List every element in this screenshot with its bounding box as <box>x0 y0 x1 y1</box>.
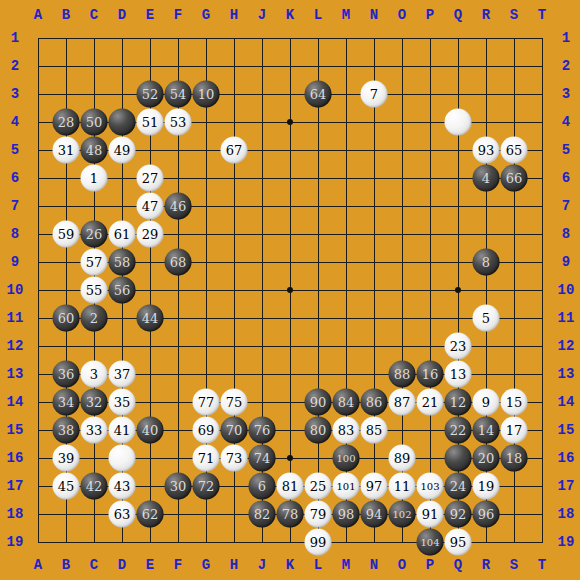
stone-black-c11-move-2: 2 <box>81 305 108 332</box>
stone-black-c17-move-42: 42 <box>81 473 108 500</box>
stone-white-m15-move-83: 83 <box>333 417 360 444</box>
col-label-bottom-g: G <box>202 557 210 573</box>
row-label-left-1: 1 <box>11 30 19 46</box>
stone-black-q16-setup <box>445 445 472 472</box>
stone-black-j15-move-76: 76 <box>249 417 276 444</box>
stone-black-q18-move-92: 92 <box>445 501 472 528</box>
stone-black-b14-move-34: 34 <box>53 389 80 416</box>
col-label-top-o: O <box>398 7 406 23</box>
stone-black-c14-move-32: 32 <box>81 389 108 416</box>
stone-white-q19-move-95: 95 <box>445 529 472 556</box>
stone-white-c6-move-1: 1 <box>81 165 108 192</box>
col-label-bottom-r: R <box>482 557 490 573</box>
stone-white-d17-move-43: 43 <box>109 473 136 500</box>
stone-black-b13-move-36: 36 <box>53 361 80 388</box>
stone-black-e18-move-62: 62 <box>137 501 164 528</box>
stone-black-b11-move-60: 60 <box>53 305 80 332</box>
star-point-q10 <box>455 287 461 293</box>
col-label-bottom-p: P <box>426 557 434 573</box>
stone-black-g3-move-10: 10 <box>193 81 220 108</box>
col-label-top-q: Q <box>454 7 462 23</box>
stone-black-r18-move-96: 96 <box>473 501 500 528</box>
stone-white-h16-move-73: 73 <box>221 445 248 472</box>
stone-white-g14-move-77: 77 <box>193 389 220 416</box>
col-label-top-e: E <box>146 7 154 23</box>
row-label-right-9: 9 <box>562 254 570 270</box>
row-label-right-4: 4 <box>562 114 570 130</box>
row-label-right-17: 17 <box>558 478 575 494</box>
grid-line-vertical <box>318 38 319 543</box>
col-label-bottom-a: A <box>34 557 42 573</box>
stone-white-d8-move-61: 61 <box>109 221 136 248</box>
stone-white-k17-move-81: 81 <box>277 473 304 500</box>
star-point-k4 <box>287 119 293 125</box>
stone-white-p14-move-21: 21 <box>417 389 444 416</box>
stone-black-e11-move-44: 44 <box>137 305 164 332</box>
row-label-right-8: 8 <box>562 226 570 242</box>
stone-black-l3-move-64: 64 <box>305 81 332 108</box>
col-label-top-p: P <box>426 7 434 23</box>
row-label-right-18: 18 <box>558 506 575 522</box>
stone-white-f4-move-53: 53 <box>165 109 192 136</box>
stone-black-j16-move-74: 74 <box>249 445 276 472</box>
col-label-bottom-f: F <box>174 557 182 573</box>
grid-line-vertical <box>374 38 375 543</box>
stone-black-l15-move-80: 80 <box>305 417 332 444</box>
col-label-bottom-c: C <box>90 557 98 573</box>
stone-black-e3-move-52: 52 <box>137 81 164 108</box>
stone-black-b15-move-38: 38 <box>53 417 80 444</box>
stone-white-q12-move-23: 23 <box>445 333 472 360</box>
stone-white-d16-setup <box>109 445 136 472</box>
stone-black-c8-move-26: 26 <box>81 221 108 248</box>
row-label-right-14: 14 <box>558 394 575 410</box>
stone-black-c5-move-48: 48 <box>81 137 108 164</box>
col-label-top-k: K <box>286 7 294 23</box>
stone-black-q14-move-12: 12 <box>445 389 472 416</box>
col-label-top-g: G <box>202 7 210 23</box>
stone-black-o13-move-88: 88 <box>389 361 416 388</box>
stone-black-l14-move-90: 90 <box>305 389 332 416</box>
stone-black-f7-move-46: 46 <box>165 193 192 220</box>
stone-white-b17-move-45: 45 <box>53 473 80 500</box>
col-label-bottom-j: J <box>258 557 266 573</box>
col-label-top-r: R <box>482 7 490 23</box>
stone-white-d14-move-35: 35 <box>109 389 136 416</box>
col-label-bottom-d: D <box>118 557 126 573</box>
stone-black-k18-move-78: 78 <box>277 501 304 528</box>
star-point-k10 <box>287 287 293 293</box>
col-label-bottom-q: Q <box>454 557 462 573</box>
stone-white-e7-move-47: 47 <box>137 193 164 220</box>
stone-white-h5-move-67: 67 <box>221 137 248 164</box>
col-label-bottom-m: M <box>342 557 350 573</box>
row-label-right-7: 7 <box>562 198 570 214</box>
col-label-top-n: N <box>370 7 378 23</box>
stone-black-o18-move-102: 102 <box>389 501 416 528</box>
stone-white-b5-move-31: 31 <box>53 137 80 164</box>
col-label-top-t: T <box>538 7 546 23</box>
col-label-bottom-l: L <box>314 557 322 573</box>
row-label-left-17: 17 <box>7 478 24 494</box>
stone-white-d18-move-63: 63 <box>109 501 136 528</box>
row-label-left-6: 6 <box>11 170 19 186</box>
row-label-left-12: 12 <box>7 338 24 354</box>
stone-black-q15-move-22: 22 <box>445 417 472 444</box>
grid-line-horizontal <box>38 318 543 319</box>
stone-black-s16-move-18: 18 <box>501 445 528 472</box>
col-label-top-d: D <box>118 7 126 23</box>
stone-white-g16-move-71: 71 <box>193 445 220 472</box>
stone-black-f3-move-54: 54 <box>165 81 192 108</box>
stone-white-r17-move-19: 19 <box>473 473 500 500</box>
stone-white-s14-move-15: 15 <box>501 389 528 416</box>
stone-black-n18-move-94: 94 <box>361 501 388 528</box>
stone-white-s15-move-17: 17 <box>501 417 528 444</box>
row-label-left-13: 13 <box>7 366 24 382</box>
stone-black-q17-move-24: 24 <box>445 473 472 500</box>
row-label-left-15: 15 <box>7 422 24 438</box>
stone-black-r6-move-4: 4 <box>473 165 500 192</box>
stone-black-b4-move-28: 28 <box>53 109 80 136</box>
stone-white-b8-move-59: 59 <box>53 221 80 248</box>
row-label-right-13: 13 <box>558 366 575 382</box>
stone-black-m16-move-100: 100 <box>333 445 360 472</box>
stone-white-r5-move-93: 93 <box>473 137 500 164</box>
stone-white-d15-move-41: 41 <box>109 417 136 444</box>
row-label-left-10: 10 <box>7 282 24 298</box>
stone-white-o14-move-87: 87 <box>389 389 416 416</box>
stone-white-l18-move-79: 79 <box>305 501 332 528</box>
stone-black-s6-move-66: 66 <box>501 165 528 192</box>
stone-white-r14-move-9: 9 <box>473 389 500 416</box>
stone-white-c15-move-33: 33 <box>81 417 108 444</box>
stone-black-g17-move-72: 72 <box>193 473 220 500</box>
row-label-right-16: 16 <box>558 450 575 466</box>
stone-black-e15-move-40: 40 <box>137 417 164 444</box>
stone-white-e6-move-27: 27 <box>137 165 164 192</box>
col-label-bottom-b: B <box>62 557 70 573</box>
stone-white-l19-move-99: 99 <box>305 529 332 556</box>
stone-white-b16-move-39: 39 <box>53 445 80 472</box>
stone-black-m18-move-98: 98 <box>333 501 360 528</box>
col-label-top-h: H <box>230 7 238 23</box>
row-label-right-2: 2 <box>562 58 570 74</box>
col-label-bottom-k: K <box>286 557 294 573</box>
grid-line-vertical <box>430 38 431 543</box>
row-label-left-18: 18 <box>7 506 24 522</box>
stone-white-l17-move-25: 25 <box>305 473 332 500</box>
grid-line-vertical <box>542 38 543 543</box>
col-label-bottom-n: N <box>370 557 378 573</box>
row-label-left-2: 2 <box>11 58 19 74</box>
row-label-left-8: 8 <box>11 226 19 242</box>
stone-white-o17-move-11: 11 <box>389 473 416 500</box>
stone-black-d9-move-58: 58 <box>109 249 136 276</box>
stone-white-n17-move-97: 97 <box>361 473 388 500</box>
row-label-right-1: 1 <box>562 30 570 46</box>
stone-white-o16-move-89: 89 <box>389 445 416 472</box>
stone-black-r16-move-20: 20 <box>473 445 500 472</box>
row-label-right-5: 5 <box>562 142 570 158</box>
stone-white-r11-move-5: 5 <box>473 305 500 332</box>
stone-white-h14-move-75: 75 <box>221 389 248 416</box>
stone-white-e4-move-51: 51 <box>137 109 164 136</box>
col-label-top-c: C <box>90 7 98 23</box>
row-label-left-14: 14 <box>7 394 24 410</box>
row-label-left-5: 5 <box>11 142 19 158</box>
col-label-top-b: B <box>62 7 70 23</box>
stone-black-n14-move-86: 86 <box>361 389 388 416</box>
col-label-bottom-e: E <box>146 557 154 573</box>
stone-white-s5-move-65: 65 <box>501 137 528 164</box>
star-point-k16 <box>287 455 293 461</box>
stone-white-d13-move-37: 37 <box>109 361 136 388</box>
row-label-left-9: 9 <box>11 254 19 270</box>
row-label-right-6: 6 <box>562 170 570 186</box>
stone-black-d4-setup <box>109 109 136 136</box>
stone-black-r15-move-14: 14 <box>473 417 500 444</box>
row-label-left-7: 7 <box>11 198 19 214</box>
stone-white-d5-move-49: 49 <box>109 137 136 164</box>
stone-white-c13-move-3: 3 <box>81 361 108 388</box>
col-label-bottom-t: T <box>538 557 546 573</box>
col-label-bottom-h: H <box>230 557 238 573</box>
row-label-left-3: 3 <box>11 86 19 102</box>
stone-white-e8-move-29: 29 <box>137 221 164 248</box>
row-label-left-16: 16 <box>7 450 24 466</box>
stone-black-f9-move-68: 68 <box>165 249 192 276</box>
stone-black-c4-move-50: 50 <box>81 109 108 136</box>
stone-black-d10-move-56: 56 <box>109 277 136 304</box>
col-label-top-f: F <box>174 7 182 23</box>
stone-black-p19-move-104: 104 <box>417 529 444 556</box>
row-label-right-19: 19 <box>558 534 575 550</box>
stone-black-m14-move-84: 84 <box>333 389 360 416</box>
col-label-top-j: J <box>258 7 266 23</box>
stone-black-p13-move-16: 16 <box>417 361 444 388</box>
col-label-top-s: S <box>510 7 518 23</box>
stone-black-j17-move-6: 6 <box>249 473 276 500</box>
row-label-right-12: 12 <box>558 338 575 354</box>
stone-white-p18-move-91: 91 <box>417 501 444 528</box>
stone-white-n3-move-7: 7 <box>361 81 388 108</box>
row-label-right-3: 3 <box>562 86 570 102</box>
row-label-left-19: 19 <box>7 534 24 550</box>
stone-white-c9-move-57: 57 <box>81 249 108 276</box>
go-board[interactable]: AABBCCDDEEFFGGHHJJKKLLMMNNOOPPQQRRSSTT11… <box>0 0 580 580</box>
stone-white-c10-move-55: 55 <box>81 277 108 304</box>
stone-white-p17-move-103: 103 <box>417 473 444 500</box>
row-label-left-4: 4 <box>11 114 19 130</box>
stone-white-n15-move-85: 85 <box>361 417 388 444</box>
stone-white-m17-move-101: 101 <box>333 473 360 500</box>
col-label-top-m: M <box>342 7 350 23</box>
stone-black-f17-move-30: 30 <box>165 473 192 500</box>
col-label-top-l: L <box>314 7 322 23</box>
stone-white-q13-move-13: 13 <box>445 361 472 388</box>
stone-black-r9-move-8: 8 <box>473 249 500 276</box>
stone-white-g15-move-69: 69 <box>193 417 220 444</box>
row-label-right-10: 10 <box>558 282 575 298</box>
row-label-right-11: 11 <box>558 310 575 326</box>
stone-white-q4-setup <box>445 109 472 136</box>
row-label-left-11: 11 <box>7 310 24 326</box>
col-label-bottom-s: S <box>510 557 518 573</box>
col-label-top-a: A <box>34 7 42 23</box>
stone-black-j18-move-82: 82 <box>249 501 276 528</box>
stone-black-h15-move-70: 70 <box>221 417 248 444</box>
col-label-bottom-o: O <box>398 557 406 573</box>
row-label-right-15: 15 <box>558 422 575 438</box>
